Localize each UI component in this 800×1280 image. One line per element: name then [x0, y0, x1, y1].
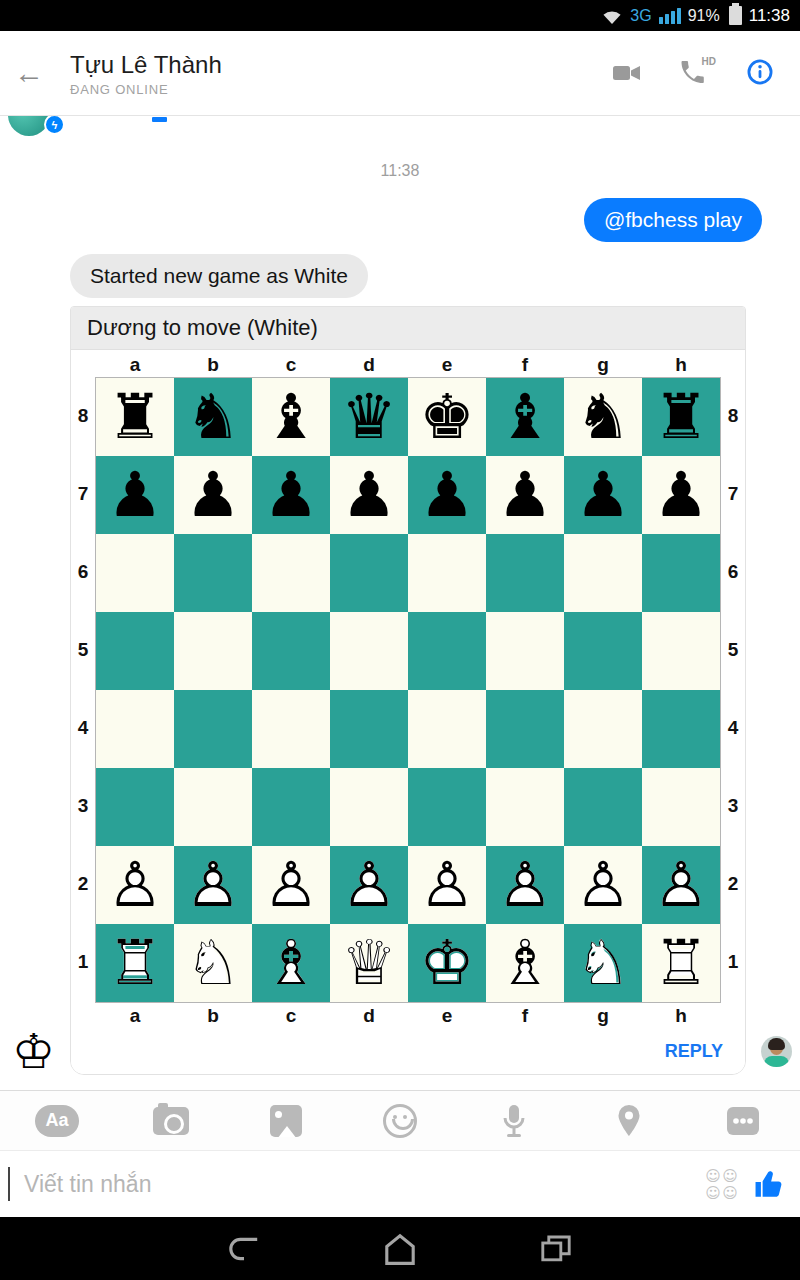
square-e3	[408, 768, 486, 846]
rank-label-6: 6	[71, 533, 95, 611]
file-label-c: c	[252, 1003, 330, 1028]
file-label-d: d	[330, 352, 408, 377]
black-pawn: ♟	[408, 456, 486, 534]
white-pawn: ♟♙	[486, 846, 564, 924]
square-h8: ♜	[642, 378, 720, 456]
more-options-button[interactable]	[720, 1100, 766, 1142]
square-a4	[96, 690, 174, 768]
square-h6	[642, 534, 720, 612]
messenger-badge-icon: ϟ	[44, 116, 65, 135]
square-f3	[486, 768, 564, 846]
voice-call-button[interactable]: HD	[678, 58, 712, 88]
square-d2: ♟♙	[330, 846, 408, 924]
file-label-e: e	[408, 352, 486, 377]
chess-board: ♜♞♝♛♚♝♞♜♟♟♟♟♟♟♟♟♟♙♟♙♟♙♟♙♟♙♟♙♟♙♟♙♜♖♞♘♝♗♛♕…	[95, 377, 721, 1003]
file-label-f: f	[486, 352, 564, 377]
square-c2: ♟♙	[252, 846, 330, 924]
square-c7: ♟	[252, 456, 330, 534]
network-type-label: 3G	[630, 7, 651, 25]
seen-avatar	[761, 1036, 792, 1067]
contact-info[interactable]: Tựu Lê Thành ĐANG ONLINE	[58, 50, 610, 97]
white-bishop: ♝♗	[252, 924, 330, 1002]
message-input[interactable]: Viết tin nhắn	[24, 1171, 691, 1198]
message-composer: Viết tin nhắn ☺☺☺☺	[0, 1150, 800, 1217]
white-pawn: ♟♙	[564, 846, 642, 924]
file-label-c: c	[252, 352, 330, 377]
file-label-e: e	[408, 1003, 486, 1028]
black-king: ♚	[408, 378, 486, 456]
square-d5	[330, 612, 408, 690]
rank-label-8: 8	[71, 377, 95, 455]
square-h4	[642, 690, 720, 768]
square-g2: ♟♙	[564, 846, 642, 924]
square-a7: ♟	[96, 456, 174, 534]
voice-record-button[interactable]	[491, 1100, 537, 1142]
file-label-g: g	[564, 1003, 642, 1028]
file-label-a: a	[96, 1003, 174, 1028]
black-rook: ♜	[642, 378, 720, 456]
square-g5	[564, 612, 642, 690]
text-style-icon: Aa	[35, 1105, 79, 1137]
square-f1: ♝♗	[486, 924, 564, 1002]
conversation-info-button[interactable]	[746, 58, 780, 88]
square-g4	[564, 690, 642, 768]
black-queen: ♛	[330, 378, 408, 456]
camera-button[interactable]	[148, 1100, 194, 1142]
rank-labels-left: 87654321	[71, 377, 95, 1003]
black-knight: ♞	[174, 378, 252, 456]
black-bishop: ♝	[486, 378, 564, 456]
square-e5	[408, 612, 486, 690]
rank-labels-right: 87654321	[721, 377, 745, 1003]
rank-label-8: 8	[721, 377, 745, 455]
game-message-row: ♔ Dương to move (White) abcdefgh 8765432…	[0, 306, 800, 1075]
back-button[interactable]: ←	[14, 58, 58, 88]
emoji-picker-button[interactable]: ☺☺☺☺	[705, 1168, 738, 1201]
white-pawn: ♟♙	[174, 846, 252, 924]
cutoff-message-fragment	[152, 117, 167, 122]
white-pawn: ♟♙	[408, 846, 486, 924]
rank-label-6: 6	[721, 533, 745, 611]
square-a6	[96, 534, 174, 612]
white-knight: ♞♘	[564, 924, 642, 1002]
text-cursor	[8, 1167, 10, 1201]
gallery-icon	[270, 1105, 302, 1137]
square-g3	[564, 768, 642, 846]
square-e4	[408, 690, 486, 768]
square-c8: ♝	[252, 378, 330, 456]
rank-label-4: 4	[721, 689, 745, 767]
game-status-line: Dương to move (White)	[71, 307, 745, 350]
chess-board-image: abcdefgh 87654321 ♜♞♝♛♚♝♞♜♟♟♟♟♟♟♟♟♟♙♟♙♟♙…	[71, 350, 745, 1028]
square-c3	[252, 768, 330, 846]
black-pawn: ♟	[174, 456, 252, 534]
chess-game-card: Dương to move (White) abcdefgh 87654321 …	[70, 306, 746, 1075]
attachment-toolbar: Aa	[0, 1091, 800, 1150]
rank-label-5: 5	[71, 611, 95, 689]
square-b5	[174, 612, 252, 690]
rank-label-3: 3	[71, 767, 95, 845]
square-e7: ♟	[408, 456, 486, 534]
white-pawn: ♟♙	[330, 846, 408, 924]
square-a8: ♜	[96, 378, 174, 456]
square-f2: ♟♙	[486, 846, 564, 924]
white-pawn: ♟♙	[642, 846, 720, 924]
camera-icon	[153, 1107, 189, 1135]
square-g6	[564, 534, 642, 612]
black-pawn: ♟	[642, 456, 720, 534]
game-card-footer: REPLY	[71, 1028, 745, 1074]
square-b8: ♞	[174, 378, 252, 456]
square-a2: ♟♙	[96, 846, 174, 924]
square-a1: ♜♖	[96, 924, 174, 1002]
outgoing-message-bubble[interactable]: @fbchess play	[584, 198, 762, 242]
chat-timestamp: 11:38	[0, 162, 800, 180]
square-f4	[486, 690, 564, 768]
square-d1: ♛♕	[330, 924, 408, 1002]
sticker-button[interactable]	[377, 1100, 423, 1142]
rank-label-3: 3	[721, 767, 745, 845]
video-camera-icon	[610, 58, 644, 88]
square-h7: ♟	[642, 456, 720, 534]
file-label-a: a	[96, 352, 174, 377]
black-knight: ♞	[564, 378, 642, 456]
square-h1: ♜♖	[642, 924, 720, 1002]
square-h2: ♟♙	[642, 846, 720, 924]
message-list: ϟ 11:38 @fbchess play Started new game a…	[0, 116, 800, 1090]
nav-recents-button[interactable]	[533, 1229, 579, 1269]
white-knight: ♞♘	[174, 924, 252, 1002]
microphone-icon	[501, 1103, 527, 1139]
white-queen: ♛♕	[330, 924, 408, 1002]
rank-label-2: 2	[71, 845, 95, 923]
nav-back-icon	[226, 1233, 262, 1265]
square-g1: ♞♘	[564, 924, 642, 1002]
white-rook: ♜♖	[642, 924, 720, 1002]
square-h3	[642, 768, 720, 846]
reply-button[interactable]: REPLY	[665, 1041, 723, 1062]
square-e1: ♚♔	[408, 924, 486, 1002]
nav-home-icon	[382, 1232, 418, 1266]
square-f6	[486, 534, 564, 612]
rank-label-7: 7	[71, 455, 95, 533]
info-icon	[746, 58, 774, 86]
wifi-icon	[601, 7, 623, 25]
battery-percent-label: 91%	[688, 7, 720, 25]
white-rook: ♜♖	[96, 924, 174, 1002]
status-bar: 3G 91% 11:38	[0, 0, 800, 31]
square-g8: ♞	[564, 378, 642, 456]
square-a3	[96, 768, 174, 846]
location-pin-icon	[616, 1103, 642, 1139]
text-style-button[interactable]: Aa	[34, 1100, 80, 1142]
black-pawn: ♟	[564, 456, 642, 534]
nav-recents-icon	[538, 1233, 574, 1265]
square-b1: ♞♘	[174, 924, 252, 1002]
rank-label-1: 1	[71, 923, 95, 1001]
fbchess-bot-avatar-white-king-icon: ♔	[12, 1027, 55, 1075]
black-bishop: ♝	[252, 378, 330, 456]
android-navigation-bar	[0, 1217, 800, 1280]
square-e6	[408, 534, 486, 612]
incoming-message-bubble[interactable]: Started new game as White	[70, 254, 368, 298]
square-d3	[330, 768, 408, 846]
square-f7: ♟	[486, 456, 564, 534]
square-e2: ♟♙	[408, 846, 486, 924]
white-bishop: ♝♗	[486, 924, 564, 1002]
rank-label-5: 5	[721, 611, 745, 689]
gallery-button[interactable]	[263, 1100, 309, 1142]
file-label-h: h	[642, 1003, 720, 1028]
file-labels-bottom: abcdefgh	[71, 1003, 745, 1028]
nav-back-button[interactable]	[221, 1229, 267, 1269]
square-b3	[174, 768, 252, 846]
file-labels-top: abcdefgh	[71, 352, 745, 377]
square-h5	[642, 612, 720, 690]
black-pawn: ♟	[330, 456, 408, 534]
battery-icon	[729, 6, 742, 25]
file-label-h: h	[642, 352, 720, 377]
location-button[interactable]	[606, 1100, 652, 1142]
file-label-d: d	[330, 1003, 408, 1028]
square-c1: ♝♗	[252, 924, 330, 1002]
square-f5	[486, 612, 564, 690]
file-label-b: b	[174, 1003, 252, 1028]
square-c4	[252, 690, 330, 768]
file-label-b: b	[174, 352, 252, 377]
square-c6	[252, 534, 330, 612]
square-d4	[330, 690, 408, 768]
hd-call-badge: HD	[702, 56, 716, 67]
square-b7: ♟	[174, 456, 252, 534]
like-thumb-button[interactable]	[752, 1167, 786, 1201]
video-call-button[interactable]	[610, 58, 644, 88]
messenger-screen: 3G 91% 11:38 ← Tựu Lê Thành ĐANG ONLINE …	[0, 0, 800, 1280]
contact-name: Tựu Lê Thành	[70, 50, 610, 80]
square-a5	[96, 612, 174, 690]
clock-label: 11:38	[749, 6, 790, 26]
square-b4	[174, 690, 252, 768]
rank-label-7: 7	[721, 455, 745, 533]
rank-label-1: 1	[721, 923, 745, 1001]
online-status: ĐANG ONLINE	[70, 82, 610, 97]
square-b2: ♟♙	[174, 846, 252, 924]
square-g7: ♟	[564, 456, 642, 534]
white-king: ♚♔	[408, 924, 486, 1002]
square-c5	[252, 612, 330, 690]
white-pawn: ♟♙	[96, 846, 174, 924]
rank-label-2: 2	[721, 845, 745, 923]
square-d7: ♟	[330, 456, 408, 534]
nav-home-button[interactable]	[377, 1229, 423, 1269]
square-e8: ♚	[408, 378, 486, 456]
black-rook: ♜	[96, 378, 174, 456]
square-d8: ♛	[330, 378, 408, 456]
black-pawn: ♟	[486, 456, 564, 534]
file-label-g: g	[564, 352, 642, 377]
smiley-icon	[383, 1104, 417, 1138]
black-pawn: ♟	[96, 456, 174, 534]
black-pawn: ♟	[252, 456, 330, 534]
signal-strength-icon	[659, 8, 681, 24]
rank-label-4: 4	[71, 689, 95, 767]
conversation-header: ← Tựu Lê Thành ĐANG ONLINE HD	[0, 31, 800, 116]
file-label-f: f	[486, 1003, 564, 1028]
white-pawn: ♟♙	[252, 846, 330, 924]
square-b6	[174, 534, 252, 612]
square-d6	[330, 534, 408, 612]
square-f8: ♝	[486, 378, 564, 456]
more-options-icon	[725, 1105, 761, 1137]
